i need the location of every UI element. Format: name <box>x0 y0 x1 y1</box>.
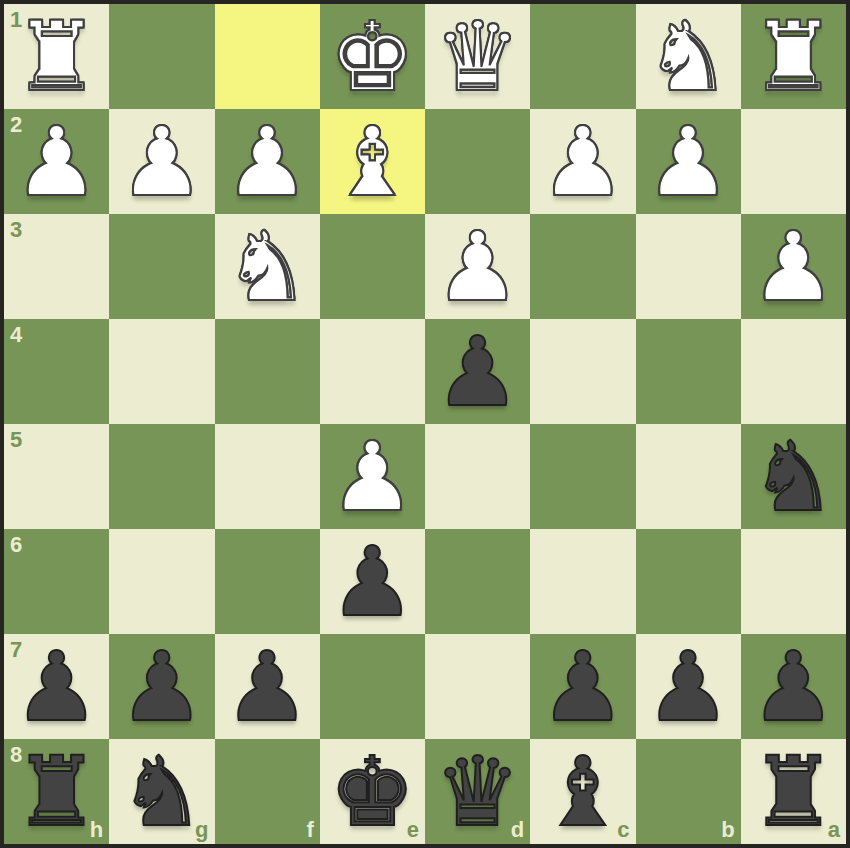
square-d6[interactable] <box>425 529 530 634</box>
square-e6[interactable]: ♟ <box>320 529 425 634</box>
square-h6[interactable]: 6 <box>4 529 109 634</box>
square-g4[interactable] <box>109 319 214 424</box>
black-pawn[interactable]: ♟ <box>425 319 530 424</box>
white-pawn[interactable]: ♟ <box>320 424 425 529</box>
square-g3[interactable] <box>109 214 214 319</box>
rank-label-5: 5 <box>10 427 22 453</box>
square-h2[interactable]: 2♟ <box>4 109 109 214</box>
square-a5[interactable]: ♞ <box>741 424 846 529</box>
square-f5[interactable] <box>215 424 320 529</box>
square-h4[interactable]: 4 <box>4 319 109 424</box>
file-label-f: f <box>306 817 313 843</box>
square-c7[interactable]: ♟ <box>530 634 635 739</box>
white-knight[interactable]: ♞ <box>215 214 320 319</box>
square-e4[interactable] <box>320 319 425 424</box>
square-g1[interactable] <box>109 4 214 109</box>
rank-label-6: 6 <box>10 532 22 558</box>
rank-label-3: 3 <box>10 217 22 243</box>
square-h1[interactable]: 1♜ <box>4 4 109 109</box>
square-b5[interactable] <box>636 424 741 529</box>
white-knight[interactable]: ♞ <box>636 4 741 109</box>
square-e8[interactable]: e♚ <box>320 739 425 844</box>
square-c4[interactable] <box>530 319 635 424</box>
black-king[interactable]: ♚ <box>320 739 425 844</box>
square-b6[interactable] <box>636 529 741 634</box>
white-king[interactable]: ♚ <box>320 4 425 109</box>
square-d5[interactable] <box>425 424 530 529</box>
black-knight[interactable]: ♞ <box>741 424 846 529</box>
white-pawn[interactable]: ♟ <box>109 109 214 214</box>
square-d7[interactable] <box>425 634 530 739</box>
square-g8[interactable]: g♞ <box>109 739 214 844</box>
black-pawn[interactable]: ♟ <box>4 634 109 739</box>
square-c3[interactable] <box>530 214 635 319</box>
board-frame: 1♜♚♛♞♜2♟♟♟♝♟♟3♞♟♟4♟5♟♞6♟7♟♟♟♟♟♟8h♜g♞fe♚d… <box>0 0 850 848</box>
square-f3[interactable]: ♞ <box>215 214 320 319</box>
square-d8[interactable]: d♛ <box>425 739 530 844</box>
square-d4[interactable]: ♟ <box>425 319 530 424</box>
square-h3[interactable]: 3 <box>4 214 109 319</box>
square-e3[interactable] <box>320 214 425 319</box>
white-rook[interactable]: ♜ <box>4 4 109 109</box>
black-queen[interactable]: ♛ <box>425 739 530 844</box>
white-pawn[interactable]: ♟ <box>215 109 320 214</box>
square-f2[interactable]: ♟ <box>215 109 320 214</box>
square-g5[interactable] <box>109 424 214 529</box>
black-rook[interactable]: ♜ <box>4 739 109 844</box>
black-pawn[interactable]: ♟ <box>741 634 846 739</box>
square-g7[interactable]: ♟ <box>109 634 214 739</box>
square-d1[interactable]: ♛ <box>425 4 530 109</box>
square-d2[interactable] <box>425 109 530 214</box>
square-a6[interactable] <box>741 529 846 634</box>
square-f1[interactable] <box>215 4 320 109</box>
black-knight[interactable]: ♞ <box>109 739 214 844</box>
square-e1[interactable]: ♚ <box>320 4 425 109</box>
square-h5[interactable]: 5 <box>4 424 109 529</box>
white-pawn[interactable]: ♟ <box>4 109 109 214</box>
square-h8[interactable]: 8h♜ <box>4 739 109 844</box>
square-b2[interactable]: ♟ <box>636 109 741 214</box>
square-b3[interactable] <box>636 214 741 319</box>
white-pawn[interactable]: ♟ <box>741 214 846 319</box>
square-e2[interactable]: ♝ <box>320 109 425 214</box>
square-f4[interactable] <box>215 319 320 424</box>
square-f6[interactable] <box>215 529 320 634</box>
square-g2[interactable]: ♟ <box>109 109 214 214</box>
black-pawn[interactable]: ♟ <box>530 634 635 739</box>
square-d3[interactable]: ♟ <box>425 214 530 319</box>
square-b1[interactable]: ♞ <box>636 4 741 109</box>
square-c1[interactable] <box>530 4 635 109</box>
black-bishop[interactable]: ♝ <box>530 739 635 844</box>
square-b7[interactable]: ♟ <box>636 634 741 739</box>
white-pawn[interactable]: ♟ <box>636 109 741 214</box>
square-h7[interactable]: 7♟ <box>4 634 109 739</box>
square-b8[interactable]: b <box>636 739 741 844</box>
square-c2[interactable]: ♟ <box>530 109 635 214</box>
square-a7[interactable]: ♟ <box>741 634 846 739</box>
white-bishop[interactable]: ♝ <box>320 109 425 214</box>
square-a3[interactable]: ♟ <box>741 214 846 319</box>
black-pawn[interactable]: ♟ <box>636 634 741 739</box>
white-pawn[interactable]: ♟ <box>530 109 635 214</box>
rank-label-4: 4 <box>10 322 22 348</box>
square-c8[interactable]: c♝ <box>530 739 635 844</box>
black-pawn[interactable]: ♟ <box>109 634 214 739</box>
white-pawn[interactable]: ♟ <box>425 214 530 319</box>
black-pawn[interactable]: ♟ <box>320 529 425 634</box>
black-rook[interactable]: ♜ <box>741 739 846 844</box>
square-a8[interactable]: a♜ <box>741 739 846 844</box>
square-b4[interactable] <box>636 319 741 424</box>
square-a4[interactable] <box>741 319 846 424</box>
square-c6[interactable] <box>530 529 635 634</box>
square-f8[interactable]: f <box>215 739 320 844</box>
square-g6[interactable] <box>109 529 214 634</box>
square-e5[interactable]: ♟ <box>320 424 425 529</box>
chess-board: 1♜♚♛♞♜2♟♟♟♝♟♟3♞♟♟4♟5♟♞6♟7♟♟♟♟♟♟8h♜g♞fe♚d… <box>4 4 846 844</box>
square-e7[interactable] <box>320 634 425 739</box>
square-f7[interactable]: ♟ <box>215 634 320 739</box>
black-pawn[interactable]: ♟ <box>215 634 320 739</box>
square-a1[interactable]: ♜ <box>741 4 846 109</box>
white-rook[interactable]: ♜ <box>741 4 846 109</box>
square-c5[interactable] <box>530 424 635 529</box>
square-a2[interactable] <box>741 109 846 214</box>
white-queen[interactable]: ♛ <box>425 4 530 109</box>
file-label-b: b <box>721 817 734 843</box>
